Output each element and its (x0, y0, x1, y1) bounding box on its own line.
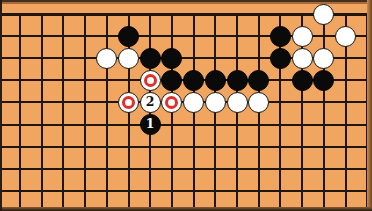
grid-line-h (0, 146, 368, 148)
stone-white[interactable] (313, 48, 334, 69)
board-border-bottom (0, 207, 372, 211)
stone-black[interactable] (161, 48, 182, 69)
grid-line-h (0, 35, 368, 37)
stone-white[interactable] (335, 26, 356, 47)
stone-white[interactable] (292, 26, 313, 47)
grid-line-v (19, 13, 21, 208)
stone-white[interactable] (183, 92, 204, 113)
grid-line-h (0, 168, 368, 170)
grid-line-h (0, 190, 368, 192)
stone-black[interactable] (140, 48, 161, 69)
stone-black[interactable] (248, 70, 269, 91)
stone-white[interactable] (96, 48, 117, 69)
stone-black[interactable] (227, 70, 248, 91)
grid-line-v (62, 13, 64, 208)
grid-line-v (323, 13, 325, 208)
stone-black[interactable] (161, 70, 182, 91)
board-border-left (0, 0, 2, 211)
stone-black[interactable] (292, 70, 313, 91)
red-circle-mark (122, 96, 135, 109)
stone-white[interactable] (205, 92, 226, 113)
stone-white[interactable] (118, 48, 139, 69)
go-diagram: 12 (0, 0, 372, 211)
stone-black[interactable] (118, 26, 139, 47)
board-border-right (367, 0, 372, 211)
stone-black[interactable] (205, 70, 226, 91)
stone-black[interactable] (270, 26, 291, 47)
move-number-label: 2 (140, 92, 161, 113)
stone-white[interactable] (227, 92, 248, 113)
grid-line-h (0, 124, 368, 126)
stone-white[interactable] (248, 92, 269, 113)
stone-white[interactable] (313, 4, 334, 25)
stone-black[interactable] (313, 70, 334, 91)
board-border-top (0, 0, 372, 4)
go-board[interactable]: 12 (0, 0, 372, 211)
stone-black[interactable] (270, 48, 291, 69)
grid-line-v (41, 13, 43, 208)
stone-black[interactable] (183, 70, 204, 91)
grid-line-v (84, 13, 86, 208)
red-circle-mark (144, 74, 157, 87)
stone-white[interactable] (292, 48, 313, 69)
move-number-label: 1 (140, 114, 161, 135)
grid-line-v (106, 13, 108, 208)
